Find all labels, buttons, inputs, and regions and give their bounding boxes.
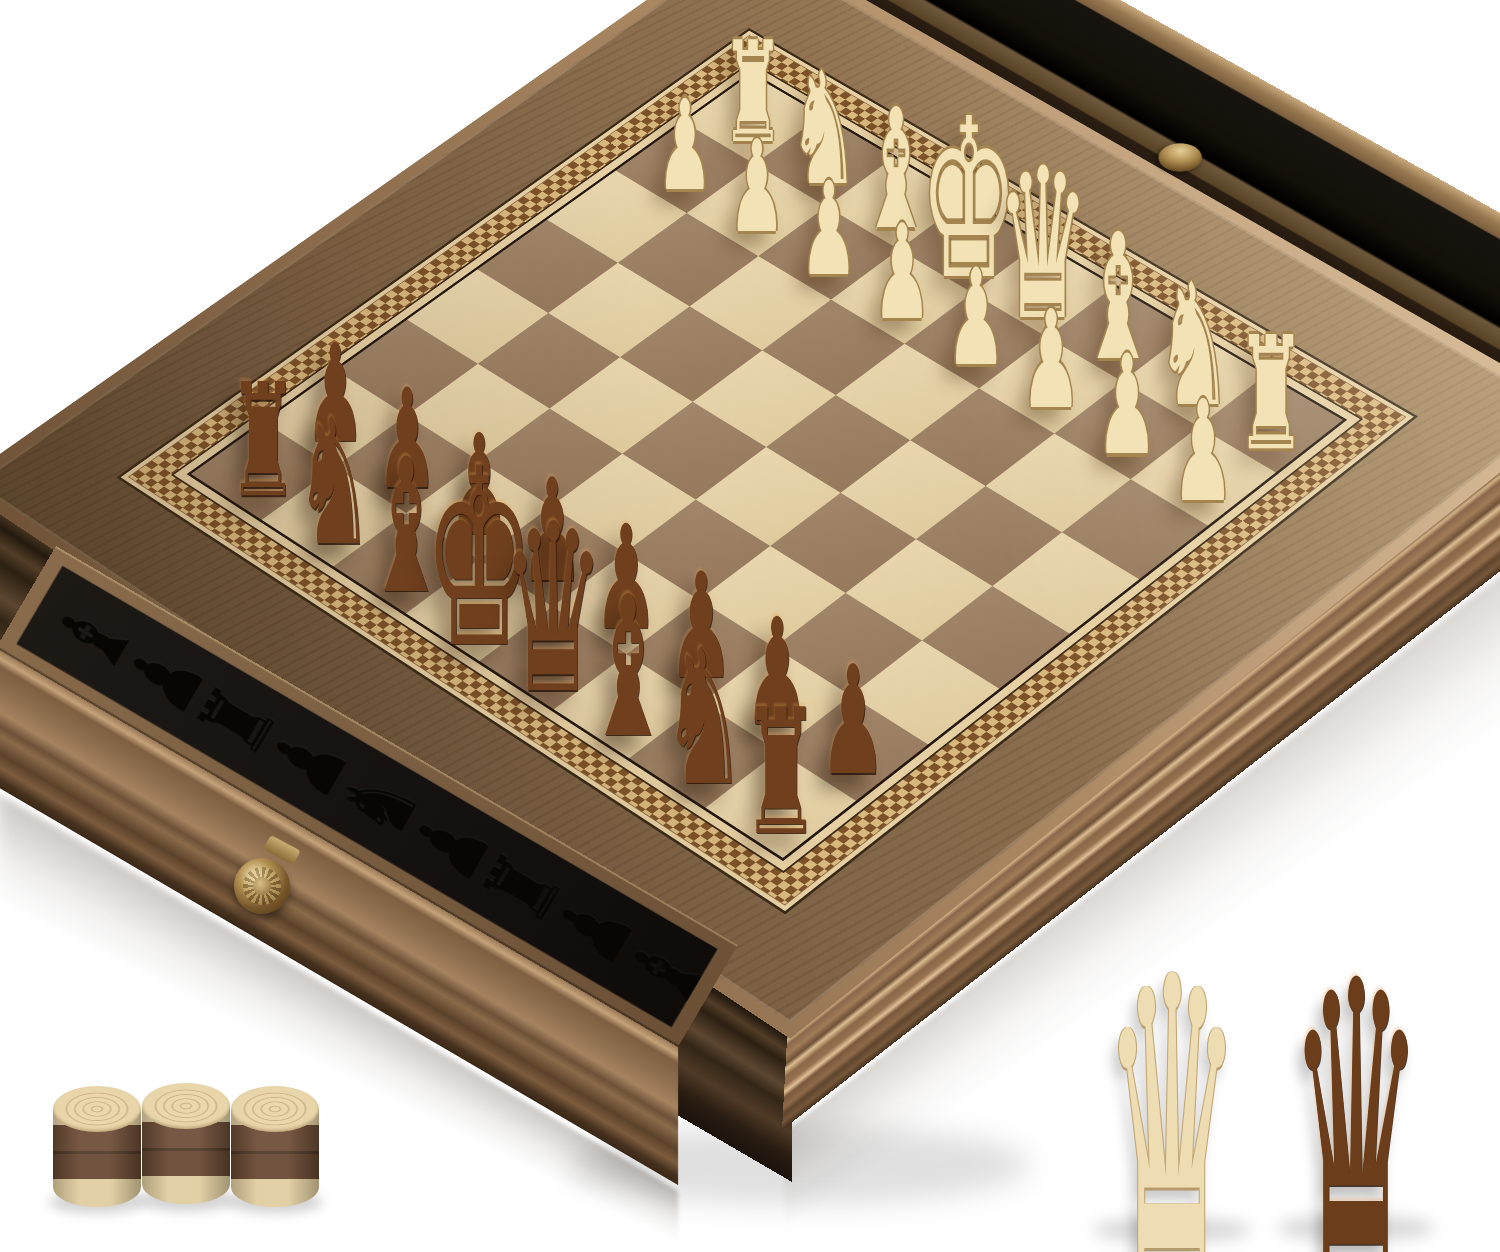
piece-white-pawn-e2[interactable]: ♟ xyxy=(872,208,931,339)
piece-white-pawn-h2[interactable]: ♟ xyxy=(657,83,713,208)
piece-white-pawn-g2[interactable]: ♟ xyxy=(728,124,785,251)
checkers-stack[interactable] xyxy=(231,1086,319,1210)
piece-white-pawn-d2[interactable]: ♟ xyxy=(946,251,1006,384)
piece-black-knight-b8[interactable]: ♞ xyxy=(661,625,746,813)
felt-piece-slot: ♝ xyxy=(612,923,722,1020)
knob-cap xyxy=(253,877,271,895)
piece-white-pawn-f2[interactable]: ♟ xyxy=(800,166,858,295)
checker-disc-top xyxy=(142,1083,230,1129)
chess-set-photo: ♜♞♝♛♚♝♞♜♟♟♟♟♟♟♟♟♟♟♟♟♟♟♟♟♜♞♝♛♚♝♞♜ ♝♟♜♟♞♟♜… xyxy=(0,0,1500,1252)
front-drawer-brass-knob[interactable] xyxy=(234,858,290,914)
piece-white-pawn-c2[interactable]: ♟ xyxy=(1020,294,1081,430)
checker-disc-top xyxy=(53,1086,141,1132)
piece-white-pawn-b2[interactable]: ♟ xyxy=(1095,338,1157,476)
checkers-stack[interactable] xyxy=(53,1086,141,1210)
piece-black-knight-g8[interactable]: ♞ xyxy=(295,396,374,571)
piece-black-pawn-a7[interactable]: ♟ xyxy=(819,647,887,798)
piece-black-rook-a8[interactable]: ♜ xyxy=(742,686,820,860)
checker-disc-top xyxy=(231,1086,319,1132)
piece-white-pawn-a2[interactable]: ♟ xyxy=(1172,382,1235,522)
piece-black-rook-h8[interactable]: ♜ xyxy=(227,364,298,521)
piece-white-rook-a1[interactable]: ♜ xyxy=(1235,317,1306,474)
display-queen-dark[interactable]: ♛ xyxy=(1288,929,1425,1252)
checkers-stack[interactable] xyxy=(142,1083,230,1207)
piece-black-bishop-c8[interactable]: ♝ xyxy=(584,572,672,766)
display-queen-light[interactable]: ♛ xyxy=(1102,923,1243,1252)
